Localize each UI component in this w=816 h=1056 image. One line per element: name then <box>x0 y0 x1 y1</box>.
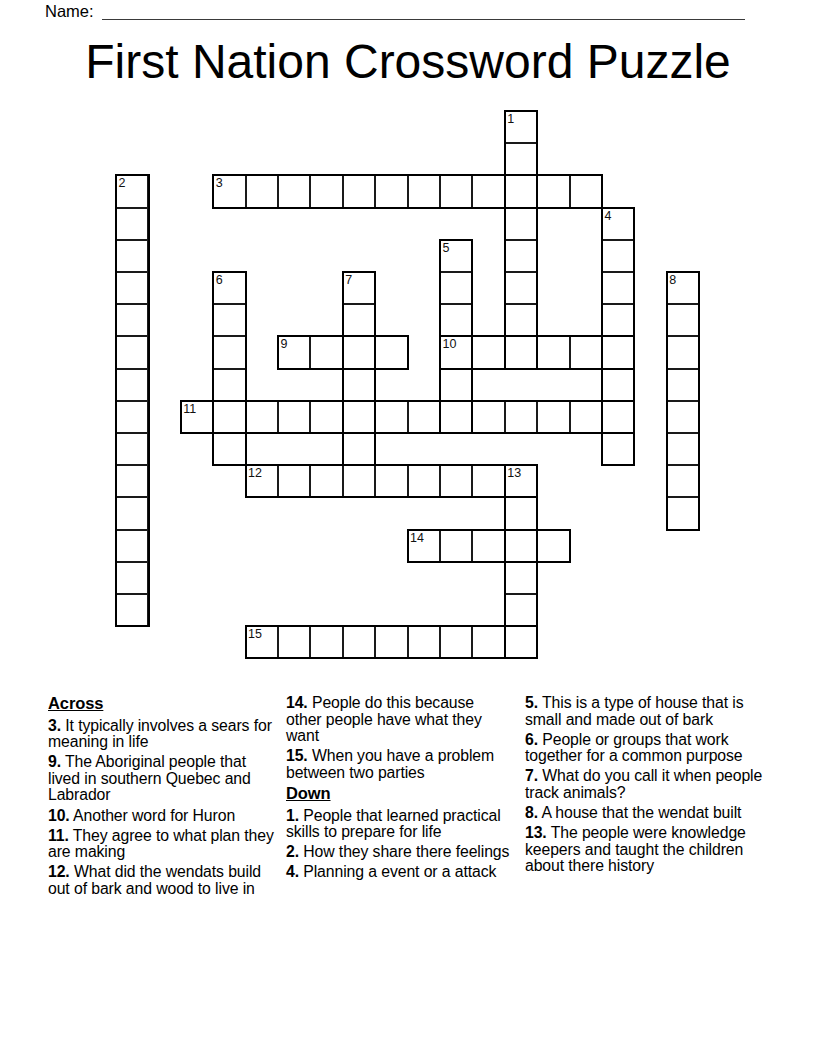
cell-number-7: 7 <box>345 274 352 286</box>
cell-r8-c15[interactable] <box>602 369 634 401</box>
cell-r9-c4[interactable] <box>246 401 278 433</box>
clue-number-label: 4. <box>286 863 299 880</box>
worksheet-page: Name: First Nation Crossword Puzzle 1234… <box>0 0 816 1056</box>
cell-r8-c3[interactable] <box>213 369 245 401</box>
cell-r6-c17[interactable] <box>667 304 699 336</box>
cell-number-10: 10 <box>443 338 457 350</box>
cell-number-12: 12 <box>248 467 262 479</box>
cell-r7-c15[interactable] <box>602 336 634 368</box>
crossword-grid: 123456789101112131415 <box>116 111 699 659</box>
cell-r9-c6[interactable] <box>310 401 342 433</box>
cell-r10-c0[interactable] <box>116 433 148 465</box>
cell-r5-c15[interactable] <box>602 272 634 304</box>
cell-r2-c7[interactable] <box>343 175 375 207</box>
cell-r13-c0[interactable] <box>116 530 148 562</box>
cell-r6-c12[interactable] <box>505 304 537 336</box>
cell-r2-c5[interactable] <box>278 175 310 207</box>
cell-number-3: 3 <box>216 177 223 189</box>
cell-r11-c0[interactable] <box>116 465 148 497</box>
cell-r12-c12[interactable] <box>505 497 537 529</box>
clue-across-3: 3. It typically involves a sears for mea… <box>48 718 275 751</box>
clue-down-7: 7. What do you call it when people track… <box>525 768 765 801</box>
cell-r2-c8[interactable] <box>375 175 407 207</box>
clue-across-14: 14. People do this because other people … <box>286 695 512 745</box>
cell-r3-c0[interactable] <box>116 208 148 240</box>
cell-number-2: 2 <box>119 177 126 189</box>
cell-r11-c5[interactable] <box>278 465 310 497</box>
cell-r4-c15[interactable] <box>602 240 634 272</box>
cell-r7-c8[interactable] <box>375 336 407 368</box>
cell-r16-c10[interactable] <box>440 626 472 658</box>
cell-r9-c15[interactable] <box>602 401 634 433</box>
clue-down-6: 6. People or groups that work together f… <box>525 732 765 765</box>
cell-r2-c14[interactable] <box>570 175 602 207</box>
cell-r5-c12[interactable] <box>505 272 537 304</box>
cell-r10-c17[interactable] <box>667 433 699 465</box>
clue-number-label: 9. <box>48 753 61 770</box>
clue-number-label: 1. <box>286 807 299 824</box>
cell-number-1: 1 <box>507 113 514 125</box>
cell-r2-c6[interactable] <box>310 175 342 207</box>
cell-r5-c10[interactable] <box>440 272 472 304</box>
cell-r6-c0[interactable] <box>116 304 148 336</box>
cell-r7-c7[interactable] <box>343 336 375 368</box>
cell-r12-c17[interactable] <box>667 497 699 529</box>
clue-number-label: 13. <box>525 824 547 841</box>
cell-r10-c7[interactable] <box>343 433 375 465</box>
cell-number-5: 5 <box>443 242 450 254</box>
cell-r7-c14[interactable] <box>570 336 602 368</box>
cell-r2-c10[interactable] <box>440 175 472 207</box>
cell-r6-c7[interactable] <box>343 304 375 336</box>
cell-r16-c9[interactable] <box>408 626 440 658</box>
cell-r16-c6[interactable] <box>310 626 342 658</box>
cell-r9-c5[interactable] <box>278 401 310 433</box>
cell-r2-c12[interactable] <box>505 175 537 207</box>
cell-r8-c7[interactable] <box>343 369 375 401</box>
cell-r8-c17[interactable] <box>667 369 699 401</box>
cell-r8-c0[interactable] <box>116 369 148 401</box>
clues-column-2: 14. People do this because other people … <box>286 695 512 884</box>
clue-number-label: 12. <box>48 863 70 880</box>
clue-across-11: 11. They agree to what plan they are mak… <box>48 828 275 861</box>
cell-r2-c4[interactable] <box>246 175 278 207</box>
clue-down-13: 13. The people were knowledge keepers an… <box>525 825 765 875</box>
cell-r11-c9[interactable] <box>408 465 440 497</box>
cell-number-14: 14 <box>410 532 424 544</box>
name-row: Name: <box>45 2 745 20</box>
cell-r2-c11[interactable] <box>472 175 504 207</box>
cell-r7-c12[interactable] <box>505 336 537 368</box>
cell-number-4: 4 <box>605 210 612 222</box>
clue-number-label: 7. <box>525 767 538 784</box>
cell-number-9: 9 <box>281 338 288 350</box>
cell-r9-c0[interactable] <box>116 401 148 433</box>
cell-r13-c12[interactable] <box>505 530 537 562</box>
cell-r6-c3[interactable] <box>213 304 245 336</box>
cell-r7-c11[interactable] <box>472 336 504 368</box>
cell-r2-c9[interactable] <box>408 175 440 207</box>
cell-number-13: 13 <box>507 467 521 479</box>
name-label: Name: <box>45 2 94 20</box>
cell-r11-c10[interactable] <box>440 465 472 497</box>
cell-r15-c0[interactable] <box>116 594 148 626</box>
cell-r10-c15[interactable] <box>602 433 634 465</box>
clue-number-label: 15. <box>286 747 308 764</box>
cell-number-11: 11 <box>183 403 196 415</box>
cell-r11-c11[interactable] <box>472 465 504 497</box>
cell-r9-c3[interactable] <box>213 401 245 433</box>
cell-r16-c8[interactable] <box>375 626 407 658</box>
clue-across-15: 15. When you have a problem between two … <box>286 748 512 781</box>
cell-r7-c3[interactable] <box>213 336 245 368</box>
clue-number-label: 8. <box>525 804 538 821</box>
clues-column-3: 5. This is a type of house that is small… <box>525 695 765 878</box>
cell-r9-c7[interactable] <box>343 401 375 433</box>
clue-down-2: 2. How they share there feelings <box>286 844 512 861</box>
down-header: Down <box>286 785 512 802</box>
cell-r11-c17[interactable] <box>667 465 699 497</box>
clue-down-4: 4. Planning a event or a attack <box>286 864 512 881</box>
cell-r14-c12[interactable] <box>505 562 537 594</box>
cell-r16-c11[interactable] <box>472 626 504 658</box>
cell-r11-c8[interactable] <box>375 465 407 497</box>
cell-r4-c0[interactable] <box>116 240 148 272</box>
page-title: First Nation Crossword Puzzle <box>0 34 816 89</box>
cell-r7-c13[interactable] <box>537 336 569 368</box>
clue-down-8: 8. A house that the wendat built <box>525 805 765 822</box>
cell-r6-c15[interactable] <box>602 304 634 336</box>
cell-r2-c13[interactable] <box>537 175 569 207</box>
cell-r13-c13[interactable] <box>537 530 569 562</box>
cell-r9-c9[interactable] <box>408 401 440 433</box>
cell-r9-c17[interactable] <box>667 401 699 433</box>
cell-r9-c13[interactable] <box>537 401 569 433</box>
clue-number-label: 2. <box>286 843 299 860</box>
clue-across-10: 10. Another word for Huron <box>48 808 275 825</box>
clue-number-label: 5. <box>525 694 538 711</box>
cell-r1-c12[interactable] <box>505 143 537 175</box>
cell-r16-c12[interactable] <box>505 626 537 658</box>
clue-number-label: 14. <box>286 694 308 711</box>
cell-r7-c6[interactable] <box>310 336 342 368</box>
clue-down-1: 1. People that learned practical skills … <box>286 808 512 841</box>
cell-r10-c3[interactable] <box>213 433 245 465</box>
clue-number-label: 3. <box>48 717 61 734</box>
cell-r14-c0[interactable] <box>116 562 148 594</box>
cell-r15-c12[interactable] <box>505 594 537 626</box>
cell-r16-c5[interactable] <box>278 626 310 658</box>
cell-r12-c0[interactable] <box>116 497 148 529</box>
cell-number-6: 6 <box>216 274 223 286</box>
clue-across-12: 12. What did the wendats build out of ba… <box>48 864 275 897</box>
cell-r11-c6[interactable] <box>310 465 342 497</box>
cell-r4-c12[interactable] <box>505 240 537 272</box>
cell-r7-c0[interactable] <box>116 336 148 368</box>
clue-number-label: 6. <box>525 731 538 748</box>
cell-r9-c12[interactable] <box>505 401 537 433</box>
cell-r9-c10[interactable] <box>440 401 472 433</box>
clue-number-label: 10. <box>48 807 70 824</box>
cell-number-8: 8 <box>669 274 676 286</box>
cell-r13-c10[interactable] <box>440 530 472 562</box>
name-blank-line[interactable] <box>102 2 745 20</box>
cell-r7-c17[interactable] <box>667 336 699 368</box>
clues-column-1: Across3. It typically involves a sears f… <box>48 695 275 901</box>
clue-down-5: 5. This is a type of house that is small… <box>525 695 765 728</box>
cell-r13-c11[interactable] <box>472 530 504 562</box>
cell-r9-c11[interactable] <box>472 401 504 433</box>
clue-number-label: 11. <box>48 827 69 844</box>
cell-number-15: 15 <box>248 628 262 640</box>
cell-r3-c12[interactable] <box>505 208 537 240</box>
cell-r9-c8[interactable] <box>375 401 407 433</box>
cell-r9-c14[interactable] <box>570 401 602 433</box>
cell-r16-c7[interactable] <box>343 626 375 658</box>
cell-r6-c10[interactable] <box>440 304 472 336</box>
cell-r11-c7[interactable] <box>343 465 375 497</box>
cell-r8-c10[interactable] <box>440 369 472 401</box>
cell-r5-c0[interactable] <box>116 272 148 304</box>
across-header: Across <box>48 695 275 712</box>
clue-across-9: 9. The Aboriginal people that lived in s… <box>48 754 275 804</box>
